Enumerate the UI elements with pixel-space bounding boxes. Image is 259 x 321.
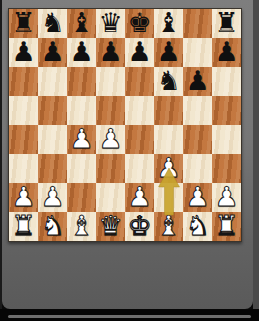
white-pawn-e2: ♟ [125, 183, 154, 212]
black-queen-d8: ♛ [96, 9, 125, 38]
black-rook-h8: ♜ [212, 9, 241, 38]
white-pawn-d4: ♟ [96, 125, 125, 154]
square-a3[interactable] [9, 154, 38, 183]
white-pawn-g2: ♟ [183, 183, 212, 212]
square-f2[interactable] [154, 183, 183, 212]
square-b4[interactable] [38, 125, 67, 154]
square-b5[interactable] [38, 96, 67, 125]
window-right-edge [253, 0, 259, 309]
square-a6[interactable] [9, 67, 38, 96]
square-g5[interactable] [183, 96, 212, 125]
square-b6[interactable] [38, 67, 67, 96]
black-pawn-f7: ♟ [154, 38, 183, 67]
square-a4[interactable] [9, 125, 38, 154]
black-knight-f6: ♞ [154, 67, 183, 96]
square-h4[interactable] [212, 125, 241, 154]
square-c6[interactable] [67, 67, 96, 96]
black-bishop-c8: ♝ [67, 9, 96, 38]
square-d5[interactable] [96, 96, 125, 125]
square-f5[interactable] [154, 96, 183, 125]
square-h8[interactable]: ♜ [212, 9, 241, 38]
square-b2[interactable]: ♟ [38, 183, 67, 212]
square-h7[interactable]: ♟ [212, 38, 241, 67]
square-c2[interactable] [67, 183, 96, 212]
square-g2[interactable]: ♟ [183, 183, 212, 212]
square-c4[interactable]: ♟ [67, 125, 96, 154]
square-g6[interactable]: ♟ [183, 67, 212, 96]
square-h5[interactable] [212, 96, 241, 125]
black-pawn-b7: ♟ [38, 38, 67, 67]
square-c1[interactable]: ♝ [67, 212, 96, 241]
square-a5[interactable] [9, 96, 38, 125]
square-g7[interactable] [183, 38, 212, 67]
white-knight-g1: ♞ [183, 212, 212, 241]
square-a7[interactable]: ♟ [9, 38, 38, 67]
white-bishop-c1: ♝ [67, 212, 96, 241]
black-pawn-c7: ♟ [67, 38, 96, 67]
white-king-e1: ♚ [125, 212, 154, 241]
white-pawn-f3: ♟ [154, 154, 183, 183]
black-king-e8: ♚ [125, 9, 154, 38]
square-b7[interactable]: ♟ [38, 38, 67, 67]
square-a2[interactable]: ♟ [9, 183, 38, 212]
square-d7[interactable]: ♟ [96, 38, 125, 67]
square-f8[interactable]: ♝ [154, 9, 183, 38]
square-a8[interactable]: ♜ [9, 9, 38, 38]
black-pawn-e7: ♟ [125, 38, 154, 67]
square-d1[interactable]: ♛ [96, 212, 125, 241]
black-pawn-a7: ♟ [9, 38, 38, 67]
white-pawn-c4: ♟ [67, 125, 96, 154]
black-knight-b8: ♞ [38, 9, 67, 38]
square-f1[interactable]: ♝ [154, 212, 183, 241]
square-d4[interactable]: ♟ [96, 125, 125, 154]
white-pawn-a2: ♟ [9, 183, 38, 212]
square-h1[interactable]: ♜ [212, 212, 241, 241]
square-f7[interactable]: ♟ [154, 38, 183, 67]
square-d6[interactable] [96, 67, 125, 96]
black-bishop-f8: ♝ [154, 9, 183, 38]
square-c8[interactable]: ♝ [67, 9, 96, 38]
square-g1[interactable]: ♞ [183, 212, 212, 241]
black-pawn-h7: ♟ [212, 38, 241, 67]
square-d8[interactable]: ♛ [96, 9, 125, 38]
chess-board: ♜♞♝♛♚♝♜♟♟♟♟♟♟♟♞♟♟♟♟♟♟♟♟♟♜♞♝♛♚♝♞♜ [8, 8, 242, 242]
square-g8[interactable] [183, 9, 212, 38]
playback-toolbar [2, 258, 253, 309]
square-e8[interactable]: ♚ [125, 9, 154, 38]
square-f3[interactable]: ♟ [154, 154, 183, 183]
square-b8[interactable]: ♞ [38, 9, 67, 38]
white-bishop-f1: ♝ [154, 212, 183, 241]
square-c5[interactable] [67, 96, 96, 125]
square-d2[interactable] [96, 183, 125, 212]
square-g3[interactable] [183, 154, 212, 183]
square-d3[interactable] [96, 154, 125, 183]
square-h2[interactable]: ♟ [212, 183, 241, 212]
square-e2[interactable]: ♟ [125, 183, 154, 212]
white-pawn-b2: ♟ [38, 183, 67, 212]
square-e5[interactable] [125, 96, 154, 125]
square-h3[interactable] [212, 154, 241, 183]
square-c7[interactable]: ♟ [67, 38, 96, 67]
square-g4[interactable] [183, 125, 212, 154]
white-queen-d1: ♛ [96, 212, 125, 241]
white-rook-h1: ♜ [212, 212, 241, 241]
white-rook-a1: ♜ [9, 212, 38, 241]
square-a1[interactable]: ♜ [9, 212, 38, 241]
progress-line [8, 315, 251, 318]
white-knight-b1: ♞ [38, 212, 67, 241]
square-e6[interactable] [125, 67, 154, 96]
black-pawn-g6: ♟ [183, 67, 212, 96]
square-f6[interactable]: ♞ [154, 67, 183, 96]
square-f4[interactable] [154, 125, 183, 154]
square-e4[interactable] [125, 125, 154, 154]
square-e3[interactable] [125, 154, 154, 183]
square-b3[interactable] [38, 154, 67, 183]
black-pawn-d7: ♟ [96, 38, 125, 67]
square-b1[interactable]: ♞ [38, 212, 67, 241]
square-c3[interactable] [67, 154, 96, 183]
square-e7[interactable]: ♟ [125, 38, 154, 67]
square-e1[interactable]: ♚ [125, 212, 154, 241]
square-h6[interactable] [212, 67, 241, 96]
white-pawn-h2: ♟ [212, 183, 241, 212]
black-rook-a8: ♜ [9, 9, 38, 38]
